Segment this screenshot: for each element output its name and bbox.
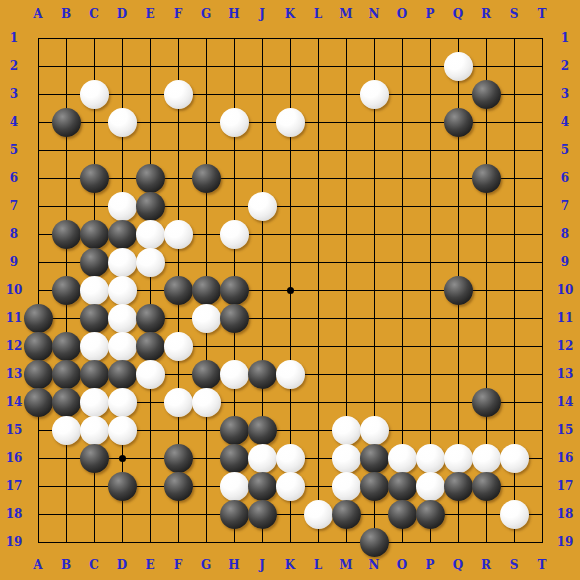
intersection-D8[interactable] xyxy=(108,220,136,248)
intersection-O8[interactable] xyxy=(388,220,416,248)
intersection-L15[interactable] xyxy=(304,416,332,444)
intersection-R10[interactable] xyxy=(472,276,500,304)
intersection-K9[interactable] xyxy=(276,248,304,276)
intersection-R15[interactable] xyxy=(472,416,500,444)
intersection-L19[interactable] xyxy=(304,528,332,556)
intersection-B14[interactable] xyxy=(52,388,80,416)
intersection-R9[interactable] xyxy=(472,248,500,276)
intersection-C12[interactable] xyxy=(80,332,108,360)
intersection-O3[interactable] xyxy=(388,80,416,108)
intersection-C10[interactable] xyxy=(80,276,108,304)
intersection-K13[interactable] xyxy=(276,360,304,388)
intersection-N17[interactable] xyxy=(360,472,388,500)
intersection-N6[interactable] xyxy=(360,164,388,192)
intersection-P18[interactable] xyxy=(416,500,444,528)
intersection-B19[interactable] xyxy=(52,528,80,556)
intersection-E13[interactable] xyxy=(136,360,164,388)
board-grid[interactable] xyxy=(24,24,556,556)
intersection-G18[interactable] xyxy=(192,500,220,528)
intersection-A4[interactable] xyxy=(24,108,52,136)
intersection-R17[interactable] xyxy=(472,472,500,500)
intersection-L11[interactable] xyxy=(304,304,332,332)
intersection-Q13[interactable] xyxy=(444,360,472,388)
intersection-T15[interactable] xyxy=(528,416,556,444)
intersection-N14[interactable] xyxy=(360,388,388,416)
intersection-J2[interactable] xyxy=(248,52,276,80)
intersection-C18[interactable] xyxy=(80,500,108,528)
intersection-L3[interactable] xyxy=(304,80,332,108)
intersection-P12[interactable] xyxy=(416,332,444,360)
intersection-M7[interactable] xyxy=(332,192,360,220)
intersection-B18[interactable] xyxy=(52,500,80,528)
intersection-F5[interactable] xyxy=(164,136,192,164)
intersection-G7[interactable] xyxy=(192,192,220,220)
intersection-M2[interactable] xyxy=(332,52,360,80)
intersection-C7[interactable] xyxy=(80,192,108,220)
intersection-H9[interactable] xyxy=(220,248,248,276)
intersection-Q4[interactable] xyxy=(444,108,472,136)
intersection-E16[interactable] xyxy=(136,444,164,472)
intersection-E19[interactable] xyxy=(136,528,164,556)
intersection-K19[interactable] xyxy=(276,528,304,556)
intersection-P15[interactable] xyxy=(416,416,444,444)
intersection-G3[interactable] xyxy=(192,80,220,108)
intersection-T1[interactable] xyxy=(528,24,556,52)
intersection-S12[interactable] xyxy=(500,332,528,360)
intersection-H17[interactable] xyxy=(220,472,248,500)
intersection-T16[interactable] xyxy=(528,444,556,472)
intersection-P2[interactable] xyxy=(416,52,444,80)
intersection-F11[interactable] xyxy=(164,304,192,332)
intersection-O13[interactable] xyxy=(388,360,416,388)
intersection-S9[interactable] xyxy=(500,248,528,276)
intersection-J9[interactable] xyxy=(248,248,276,276)
intersection-A19[interactable] xyxy=(24,528,52,556)
intersection-E5[interactable] xyxy=(136,136,164,164)
intersection-S17[interactable] xyxy=(500,472,528,500)
intersection-C14[interactable] xyxy=(80,388,108,416)
intersection-M14[interactable] xyxy=(332,388,360,416)
intersection-R3[interactable] xyxy=(472,80,500,108)
intersection-M15[interactable] xyxy=(332,416,360,444)
intersection-N1[interactable] xyxy=(360,24,388,52)
intersection-C4[interactable] xyxy=(80,108,108,136)
intersection-L8[interactable] xyxy=(304,220,332,248)
intersection-O18[interactable] xyxy=(388,500,416,528)
intersection-J1[interactable] xyxy=(248,24,276,52)
intersection-H3[interactable] xyxy=(220,80,248,108)
intersection-P7[interactable] xyxy=(416,192,444,220)
intersection-A8[interactable] xyxy=(24,220,52,248)
intersection-N4[interactable] xyxy=(360,108,388,136)
go-board[interactable]: ABCDEFGHJKLMNOPQRST ABCDEFGHJKLMNOPQRST … xyxy=(0,0,580,580)
intersection-B3[interactable] xyxy=(52,80,80,108)
intersection-M9[interactable] xyxy=(332,248,360,276)
intersection-K14[interactable] xyxy=(276,388,304,416)
intersection-N11[interactable] xyxy=(360,304,388,332)
intersection-K12[interactable] xyxy=(276,332,304,360)
intersection-F1[interactable] xyxy=(164,24,192,52)
intersection-E2[interactable] xyxy=(136,52,164,80)
intersection-L7[interactable] xyxy=(304,192,332,220)
intersection-O17[interactable] xyxy=(388,472,416,500)
intersection-B9[interactable] xyxy=(52,248,80,276)
intersection-B12[interactable] xyxy=(52,332,80,360)
intersection-G8[interactable] xyxy=(192,220,220,248)
intersection-N5[interactable] xyxy=(360,136,388,164)
intersection-F2[interactable] xyxy=(164,52,192,80)
intersection-G12[interactable] xyxy=(192,332,220,360)
intersection-T12[interactable] xyxy=(528,332,556,360)
intersection-E15[interactable] xyxy=(136,416,164,444)
intersection-R8[interactable] xyxy=(472,220,500,248)
intersection-C8[interactable] xyxy=(80,220,108,248)
intersection-S3[interactable] xyxy=(500,80,528,108)
intersection-J18[interactable] xyxy=(248,500,276,528)
intersection-B15[interactable] xyxy=(52,416,80,444)
intersection-D5[interactable] xyxy=(108,136,136,164)
intersection-E6[interactable] xyxy=(136,164,164,192)
intersection-M10[interactable] xyxy=(332,276,360,304)
intersection-O14[interactable] xyxy=(388,388,416,416)
intersection-P14[interactable] xyxy=(416,388,444,416)
intersection-J10[interactable] xyxy=(248,276,276,304)
intersection-M19[interactable] xyxy=(332,528,360,556)
intersection-E9[interactable] xyxy=(136,248,164,276)
intersection-R11[interactable] xyxy=(472,304,500,332)
intersection-D14[interactable] xyxy=(108,388,136,416)
intersection-E10[interactable] xyxy=(136,276,164,304)
intersection-D11[interactable] xyxy=(108,304,136,332)
intersection-J7[interactable] xyxy=(248,192,276,220)
intersection-F3[interactable] xyxy=(164,80,192,108)
intersection-G4[interactable] xyxy=(192,108,220,136)
intersection-S7[interactable] xyxy=(500,192,528,220)
intersection-O19[interactable] xyxy=(388,528,416,556)
intersection-J14[interactable] xyxy=(248,388,276,416)
intersection-R14[interactable] xyxy=(472,388,500,416)
intersection-B16[interactable] xyxy=(52,444,80,472)
intersection-D16[interactable] xyxy=(108,444,136,472)
intersection-D6[interactable] xyxy=(108,164,136,192)
intersection-L1[interactable] xyxy=(304,24,332,52)
intersection-G11[interactable] xyxy=(192,304,220,332)
intersection-N9[interactable] xyxy=(360,248,388,276)
intersection-J13[interactable] xyxy=(248,360,276,388)
intersection-T11[interactable] xyxy=(528,304,556,332)
intersection-B7[interactable] xyxy=(52,192,80,220)
intersection-A2[interactable] xyxy=(24,52,52,80)
intersection-D4[interactable] xyxy=(108,108,136,136)
intersection-Q12[interactable] xyxy=(444,332,472,360)
intersection-L5[interactable] xyxy=(304,136,332,164)
intersection-O10[interactable] xyxy=(388,276,416,304)
intersection-K5[interactable] xyxy=(276,136,304,164)
intersection-B17[interactable] xyxy=(52,472,80,500)
intersection-B2[interactable] xyxy=(52,52,80,80)
intersection-D3[interactable] xyxy=(108,80,136,108)
intersection-S19[interactable] xyxy=(500,528,528,556)
intersection-O16[interactable] xyxy=(388,444,416,472)
intersection-A12[interactable] xyxy=(24,332,52,360)
intersection-L10[interactable] xyxy=(304,276,332,304)
intersection-R18[interactable] xyxy=(472,500,500,528)
intersection-A1[interactable] xyxy=(24,24,52,52)
intersection-S10[interactable] xyxy=(500,276,528,304)
intersection-J5[interactable] xyxy=(248,136,276,164)
intersection-J3[interactable] xyxy=(248,80,276,108)
intersection-A18[interactable] xyxy=(24,500,52,528)
intersection-A9[interactable] xyxy=(24,248,52,276)
intersection-D18[interactable] xyxy=(108,500,136,528)
intersection-J16[interactable] xyxy=(248,444,276,472)
intersection-K10[interactable] xyxy=(276,276,304,304)
intersection-Q9[interactable] xyxy=(444,248,472,276)
intersection-R2[interactable] xyxy=(472,52,500,80)
intersection-T5[interactable] xyxy=(528,136,556,164)
intersection-H12[interactable] xyxy=(220,332,248,360)
intersection-P5[interactable] xyxy=(416,136,444,164)
intersection-D9[interactable] xyxy=(108,248,136,276)
intersection-F6[interactable] xyxy=(164,164,192,192)
intersection-R4[interactable] xyxy=(472,108,500,136)
intersection-O1[interactable] xyxy=(388,24,416,52)
intersection-F19[interactable] xyxy=(164,528,192,556)
intersection-J19[interactable] xyxy=(248,528,276,556)
intersection-K8[interactable] xyxy=(276,220,304,248)
intersection-S11[interactable] xyxy=(500,304,528,332)
intersection-J15[interactable] xyxy=(248,416,276,444)
intersection-C17[interactable] xyxy=(80,472,108,500)
intersection-F17[interactable] xyxy=(164,472,192,500)
intersection-P6[interactable] xyxy=(416,164,444,192)
intersection-B13[interactable] xyxy=(52,360,80,388)
intersection-T7[interactable] xyxy=(528,192,556,220)
intersection-P16[interactable] xyxy=(416,444,444,472)
intersection-E18[interactable] xyxy=(136,500,164,528)
intersection-S14[interactable] xyxy=(500,388,528,416)
intersection-F4[interactable] xyxy=(164,108,192,136)
intersection-R1[interactable] xyxy=(472,24,500,52)
intersection-F14[interactable] xyxy=(164,388,192,416)
intersection-T18[interactable] xyxy=(528,500,556,528)
intersection-S15[interactable] xyxy=(500,416,528,444)
intersection-Q7[interactable] xyxy=(444,192,472,220)
intersection-Q8[interactable] xyxy=(444,220,472,248)
intersection-A3[interactable] xyxy=(24,80,52,108)
intersection-O2[interactable] xyxy=(388,52,416,80)
intersection-G1[interactable] xyxy=(192,24,220,52)
intersection-S5[interactable] xyxy=(500,136,528,164)
intersection-O11[interactable] xyxy=(388,304,416,332)
intersection-O7[interactable] xyxy=(388,192,416,220)
intersection-B8[interactable] xyxy=(52,220,80,248)
intersection-M12[interactable] xyxy=(332,332,360,360)
intersection-K15[interactable] xyxy=(276,416,304,444)
intersection-S1[interactable] xyxy=(500,24,528,52)
intersection-A16[interactable] xyxy=(24,444,52,472)
intersection-S6[interactable] xyxy=(500,164,528,192)
intersection-C3[interactable] xyxy=(80,80,108,108)
intersection-A7[interactable] xyxy=(24,192,52,220)
intersection-T8[interactable] xyxy=(528,220,556,248)
intersection-T13[interactable] xyxy=(528,360,556,388)
intersection-J17[interactable] xyxy=(248,472,276,500)
intersection-D1[interactable] xyxy=(108,24,136,52)
intersection-H10[interactable] xyxy=(220,276,248,304)
intersection-T2[interactable] xyxy=(528,52,556,80)
intersection-N13[interactable] xyxy=(360,360,388,388)
intersection-A11[interactable] xyxy=(24,304,52,332)
intersection-H19[interactable] xyxy=(220,528,248,556)
intersection-L4[interactable] xyxy=(304,108,332,136)
intersection-P3[interactable] xyxy=(416,80,444,108)
intersection-G15[interactable] xyxy=(192,416,220,444)
intersection-J8[interactable] xyxy=(248,220,276,248)
intersection-R13[interactable] xyxy=(472,360,500,388)
intersection-M5[interactable] xyxy=(332,136,360,164)
intersection-P9[interactable] xyxy=(416,248,444,276)
intersection-H1[interactable] xyxy=(220,24,248,52)
intersection-L12[interactable] xyxy=(304,332,332,360)
intersection-N7[interactable] xyxy=(360,192,388,220)
intersection-A6[interactable] xyxy=(24,164,52,192)
intersection-K4[interactable] xyxy=(276,108,304,136)
intersection-Q6[interactable] xyxy=(444,164,472,192)
intersection-F12[interactable] xyxy=(164,332,192,360)
intersection-K17[interactable] xyxy=(276,472,304,500)
intersection-M17[interactable] xyxy=(332,472,360,500)
intersection-B4[interactable] xyxy=(52,108,80,136)
intersection-T4[interactable] xyxy=(528,108,556,136)
intersection-G16[interactable] xyxy=(192,444,220,472)
intersection-K11[interactable] xyxy=(276,304,304,332)
intersection-A17[interactable] xyxy=(24,472,52,500)
intersection-D13[interactable] xyxy=(108,360,136,388)
intersection-A10[interactable] xyxy=(24,276,52,304)
intersection-H2[interactable] xyxy=(220,52,248,80)
intersection-M16[interactable] xyxy=(332,444,360,472)
intersection-S16[interactable] xyxy=(500,444,528,472)
intersection-T14[interactable] xyxy=(528,388,556,416)
intersection-C13[interactable] xyxy=(80,360,108,388)
intersection-Q10[interactable] xyxy=(444,276,472,304)
intersection-C1[interactable] xyxy=(80,24,108,52)
intersection-P4[interactable] xyxy=(416,108,444,136)
intersection-G19[interactable] xyxy=(192,528,220,556)
intersection-L6[interactable] xyxy=(304,164,332,192)
intersection-Q5[interactable] xyxy=(444,136,472,164)
intersection-G6[interactable] xyxy=(192,164,220,192)
intersection-H4[interactable] xyxy=(220,108,248,136)
intersection-H7[interactable] xyxy=(220,192,248,220)
intersection-G2[interactable] xyxy=(192,52,220,80)
intersection-R6[interactable] xyxy=(472,164,500,192)
intersection-H15[interactable] xyxy=(220,416,248,444)
intersection-A5[interactable] xyxy=(24,136,52,164)
intersection-T9[interactable] xyxy=(528,248,556,276)
intersection-J12[interactable] xyxy=(248,332,276,360)
intersection-E11[interactable] xyxy=(136,304,164,332)
intersection-C16[interactable] xyxy=(80,444,108,472)
intersection-M11[interactable] xyxy=(332,304,360,332)
intersection-Q16[interactable] xyxy=(444,444,472,472)
intersection-E3[interactable] xyxy=(136,80,164,108)
intersection-L2[interactable] xyxy=(304,52,332,80)
intersection-J11[interactable] xyxy=(248,304,276,332)
intersection-H18[interactable] xyxy=(220,500,248,528)
intersection-D15[interactable] xyxy=(108,416,136,444)
intersection-E14[interactable] xyxy=(136,388,164,416)
intersection-E1[interactable] xyxy=(136,24,164,52)
intersection-C5[interactable] xyxy=(80,136,108,164)
intersection-O6[interactable] xyxy=(388,164,416,192)
intersection-D2[interactable] xyxy=(108,52,136,80)
intersection-L18[interactable] xyxy=(304,500,332,528)
intersection-J4[interactable] xyxy=(248,108,276,136)
intersection-K3[interactable] xyxy=(276,80,304,108)
intersection-E12[interactable] xyxy=(136,332,164,360)
intersection-N2[interactable] xyxy=(360,52,388,80)
intersection-O9[interactable] xyxy=(388,248,416,276)
intersection-R16[interactable] xyxy=(472,444,500,472)
intersection-A15[interactable] xyxy=(24,416,52,444)
intersection-M18[interactable] xyxy=(332,500,360,528)
intersection-M13[interactable] xyxy=(332,360,360,388)
intersection-G10[interactable] xyxy=(192,276,220,304)
intersection-Q3[interactable] xyxy=(444,80,472,108)
intersection-N18[interactable] xyxy=(360,500,388,528)
intersection-T17[interactable] xyxy=(528,472,556,500)
intersection-L17[interactable] xyxy=(304,472,332,500)
intersection-K7[interactable] xyxy=(276,192,304,220)
intersection-P13[interactable] xyxy=(416,360,444,388)
intersection-O5[interactable] xyxy=(388,136,416,164)
intersection-R19[interactable] xyxy=(472,528,500,556)
intersection-F16[interactable] xyxy=(164,444,192,472)
intersection-C6[interactable] xyxy=(80,164,108,192)
intersection-C2[interactable] xyxy=(80,52,108,80)
intersection-D7[interactable] xyxy=(108,192,136,220)
intersection-B10[interactable] xyxy=(52,276,80,304)
intersection-A13[interactable] xyxy=(24,360,52,388)
intersection-L9[interactable] xyxy=(304,248,332,276)
intersection-M8[interactable] xyxy=(332,220,360,248)
intersection-H8[interactable] xyxy=(220,220,248,248)
intersection-S2[interactable] xyxy=(500,52,528,80)
intersection-B1[interactable] xyxy=(52,24,80,52)
intersection-G13[interactable] xyxy=(192,360,220,388)
intersection-S13[interactable] xyxy=(500,360,528,388)
intersection-D12[interactable] xyxy=(108,332,136,360)
intersection-Q11[interactable] xyxy=(444,304,472,332)
intersection-S4[interactable] xyxy=(500,108,528,136)
intersection-R7[interactable] xyxy=(472,192,500,220)
intersection-N12[interactable] xyxy=(360,332,388,360)
intersection-Q19[interactable] xyxy=(444,528,472,556)
intersection-H14[interactable] xyxy=(220,388,248,416)
intersection-D19[interactable] xyxy=(108,528,136,556)
intersection-B11[interactable] xyxy=(52,304,80,332)
intersection-L14[interactable] xyxy=(304,388,332,416)
intersection-R5[interactable] xyxy=(472,136,500,164)
intersection-O12[interactable] xyxy=(388,332,416,360)
intersection-J6[interactable] xyxy=(248,164,276,192)
intersection-F7[interactable] xyxy=(164,192,192,220)
intersection-K16[interactable] xyxy=(276,444,304,472)
intersection-F13[interactable] xyxy=(164,360,192,388)
intersection-Q1[interactable] xyxy=(444,24,472,52)
